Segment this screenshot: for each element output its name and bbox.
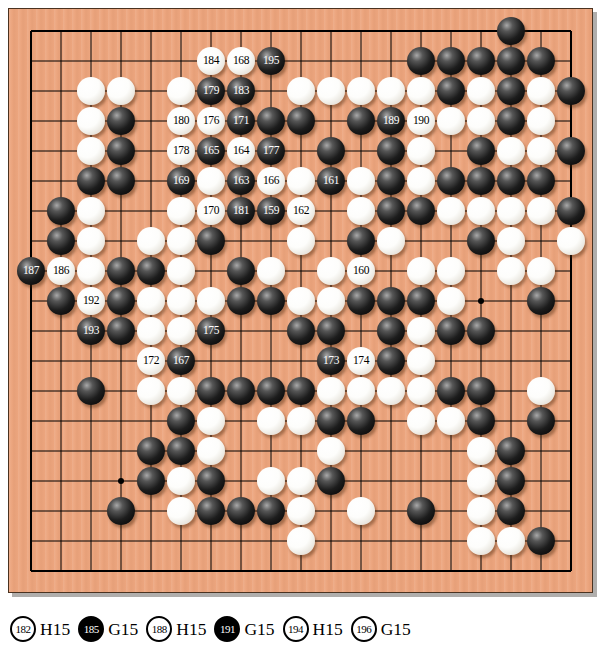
black-stone [107,107,135,135]
white-stone [527,137,555,165]
move-number-label: 169 [173,175,189,187]
white-stone [167,317,195,345]
white-stone [167,227,195,255]
white-stone: 166 [257,167,285,195]
black-stone: 193 [77,317,105,345]
white-stone [317,287,345,315]
white-stone: 172 [137,347,165,375]
white-stone [497,527,525,555]
black-stone: 179 [197,77,225,105]
white-stone [77,137,105,165]
white-stone [497,257,525,285]
caption-move-item: 196G15 [351,616,411,642]
white-stone: 190 [407,107,435,135]
white-stone [317,77,345,105]
white-stone [377,77,405,105]
black-stone [377,197,405,225]
black-stone [197,497,225,525]
caption-move-item: 191G15 [214,616,274,642]
caption-move-item: 182H15 [10,616,70,642]
white-stone [407,77,435,105]
white-stone [497,137,525,165]
black-stone [107,167,135,195]
white-stone: 184 [197,47,225,75]
black-stone [287,317,315,345]
black-stone [167,407,195,435]
white-stone [257,257,285,285]
move-number-label: 186 [53,265,69,277]
black-stone [227,287,255,315]
white-move-circle: 196 [351,616,377,642]
white-stone [137,287,165,315]
white-stone: 180 [167,107,195,135]
white-stone: 186 [47,257,75,285]
move-number-label: 176 [203,115,219,127]
black-stone: 171 [227,107,255,135]
move-number-label: 187 [23,265,39,277]
move-number-label: 164 [233,145,249,157]
black-stone [137,467,165,495]
move-number-label: 177 [263,145,279,157]
white-stone [467,107,495,135]
caption-move-item: 194H15 [283,616,343,642]
white-stone [167,197,195,225]
move-number-label: 178 [173,145,189,157]
black-stone [287,377,315,405]
black-stone [497,467,525,495]
white-stone [317,257,345,285]
white-stone [467,497,495,525]
move-number-label: 173 [323,355,339,367]
goban: 1841681951791831801761711891901781651641… [8,8,593,593]
black-stone [407,197,435,225]
black-stone [227,497,255,525]
white-stone [497,227,525,255]
black-stone [257,497,285,525]
move-coordinate: G15 [381,619,411,640]
white-stone [527,77,555,105]
black-stone [47,287,75,315]
black-stone: 189 [377,107,405,135]
black-stone [347,227,375,255]
white-stone [347,197,375,225]
white-stone [287,527,315,555]
move-number-label: 167 [173,355,189,367]
white-stone [137,227,165,255]
black-stone [227,377,255,405]
white-stone [407,257,435,285]
black-stone [467,227,495,255]
black-stone: 163 [227,167,255,195]
black-stone [47,227,75,255]
white-move-circle: 182 [10,616,36,642]
black-stone [467,377,495,405]
white-stone [287,467,315,495]
move-caption: 182H15185G15188H15191G15194H15196G15 [10,609,411,649]
white-stone [317,437,345,465]
black-stone [107,137,135,165]
black-stone [317,467,345,495]
caption-move-item: 188H15 [146,616,206,642]
black-stone [557,197,585,225]
black-stone [257,377,285,405]
white-stone: 192 [77,287,105,315]
move-number-label: 184 [203,55,219,67]
black-stone [317,137,345,165]
move-number-label: 192 [83,295,99,307]
white-stone [467,197,495,225]
white-stone [287,407,315,435]
white-stone [377,377,405,405]
white-stone: 160 [347,257,375,285]
black-stone [407,47,435,75]
white-stone [287,77,315,105]
black-stone [497,497,525,525]
move-number-label: 168 [233,55,249,67]
white-stone [347,377,375,405]
move-number-label: 171 [233,115,249,127]
move-number-label: 162 [293,205,309,217]
black-stone [527,407,555,435]
black-stone [527,287,555,315]
black-stone [467,47,495,75]
white-stone [437,197,465,225]
white-stone [197,437,225,465]
black-stone [467,167,495,195]
white-stone [437,107,465,135]
black-stone: 195 [257,47,285,75]
white-stone [557,227,585,255]
white-stone [287,497,315,525]
black-stone [407,497,435,525]
move-number-label: 159 [263,205,279,217]
white-stone [527,377,555,405]
white-stone [167,497,195,525]
move-number-label: 190 [413,115,429,127]
black-stone [557,77,585,105]
black-stone: 167 [167,347,195,375]
white-stone: 162 [287,197,315,225]
black-stone [467,407,495,435]
white-stone: 178 [167,137,195,165]
black-stone [197,467,225,495]
black-stone [47,197,75,225]
move-number-label: 165 [203,145,219,157]
black-stone: 173 [317,347,345,375]
move-coordinate: G15 [244,619,274,640]
white-stone [407,407,435,435]
black-stone [257,287,285,315]
black-stone: 187 [17,257,45,285]
black-stone [467,317,495,345]
white-stone: 176 [197,107,225,135]
black-stone [107,257,135,285]
move-number-label: 181 [233,205,249,217]
black-stone: 181 [227,197,255,225]
white-stone [407,347,435,375]
white-stone [197,167,225,195]
move-number-label: 170 [203,205,219,217]
move-number-label: 161 [323,175,339,187]
black-stone [227,257,255,285]
white-stone: 164 [227,137,255,165]
white-stone [467,77,495,105]
white-stone [437,407,465,435]
move-number-label: 183 [233,85,249,97]
white-stone [197,407,225,435]
black-stone [197,227,225,255]
black-stone [497,47,525,75]
black-stone [347,107,375,135]
move-number-label: 195 [263,55,279,67]
black-stone [377,167,405,195]
white-move-circle: 194 [283,616,309,642]
move-number-label: 189 [383,115,399,127]
black-stone [377,317,405,345]
move-number-label: 160 [353,265,369,277]
move-number-label: 175 [203,325,219,337]
white-stone: 174 [347,347,375,375]
black-move-circle: 185 [78,616,104,642]
star-point [478,298,484,304]
white-stone [197,287,225,315]
white-stone [527,197,555,225]
white-stone [317,377,345,405]
black-stone [317,407,345,435]
black-stone: 183 [227,77,255,105]
black-stone [107,497,135,525]
black-stone [257,107,285,135]
go-diagram-page: 1841681951791831801761711891901781651641… [0,0,600,659]
white-stone [467,467,495,495]
black-stone [77,167,105,195]
black-stone [497,167,525,195]
white-stone [77,107,105,135]
black-stone: 161 [317,167,345,195]
white-stone [467,437,495,465]
move-number-label: 193 [83,325,99,337]
white-stone [257,467,285,495]
move-number-label: 163 [233,175,249,187]
black-stone [167,437,195,465]
white-stone [167,377,195,405]
black-stone [557,137,585,165]
white-stone [77,77,105,105]
move-number-label: 172 [143,355,159,367]
black-stone: 169 [167,167,195,195]
black-stone [287,107,315,135]
white-stone [77,197,105,225]
move-number-label: 180 [173,115,189,127]
move-coordinate: H15 [176,619,206,640]
white-stone [107,77,135,105]
black-stone [107,317,135,345]
white-stone [287,287,315,315]
black-stone: 175 [197,317,225,345]
black-stone [347,407,375,435]
black-stone: 177 [257,137,285,165]
white-stone [347,167,375,195]
white-stone [137,317,165,345]
white-stone [167,467,195,495]
white-stone [497,197,525,225]
move-number-label: 174 [353,355,369,367]
black-stone [497,77,525,105]
black-stone [527,47,555,75]
black-stone: 159 [257,197,285,225]
black-stone [347,287,375,315]
black-stone [497,17,525,45]
move-coordinate: H15 [313,619,343,640]
white-stone: 170 [197,197,225,225]
white-stone [287,167,315,195]
white-stone [377,227,405,255]
white-stone [137,377,165,405]
white-stone [167,287,195,315]
white-stone [407,137,435,165]
white-stone [527,257,555,285]
white-stone [257,407,285,435]
white-stone [437,257,465,285]
white-stone [437,287,465,315]
caption-move-item: 185G15 [78,616,138,642]
black-stone [497,107,525,135]
white-stone [167,257,195,285]
move-number-label: 166 [263,175,279,187]
black-stone [137,257,165,285]
white-stone [527,107,555,135]
white-stone [407,377,435,405]
star-point [118,478,124,484]
black-stone [377,287,405,315]
black-stone [377,137,405,165]
white-stone: 168 [227,47,255,75]
white-stone [167,77,195,105]
black-stone [197,377,225,405]
white-stone [467,527,495,555]
black-stone [377,347,405,375]
black-stone [437,77,465,105]
black-stone [407,287,435,315]
black-stone [497,437,525,465]
black-stone [107,287,135,315]
black-stone [437,377,465,405]
white-stone [347,497,375,525]
black-stone [317,317,345,345]
move-coordinate: H15 [40,619,70,640]
white-stone [347,77,375,105]
black-stone [527,167,555,195]
white-stone [77,227,105,255]
black-stone [137,437,165,465]
white-stone [287,227,315,255]
white-stone [77,257,105,285]
white-stone [407,167,435,195]
white-move-circle: 188 [146,616,172,642]
black-stone [77,377,105,405]
move-number-label: 179 [203,85,219,97]
black-stone: 165 [197,137,225,165]
black-stone [467,137,495,165]
black-stone [437,167,465,195]
black-move-circle: 191 [214,616,240,642]
black-stone [437,47,465,75]
move-coordinate: G15 [108,619,138,640]
black-stone [527,527,555,555]
black-stone [437,317,465,345]
white-stone [407,317,435,345]
